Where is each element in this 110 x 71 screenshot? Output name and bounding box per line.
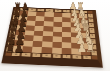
product-photo-background: abcdefgh abcdefgh 12345678 12345678 ♜♟♟♜… <box>0 0 110 71</box>
black-pawn: ♟ <box>13 42 24 54</box>
pieces-layer: ♜♟♟♜♞♟♟♞♝♟♟♝♚♟♟♚♛♟♟♛♝♟♟♝♞♟♟♞♜♟♟♜ <box>0 0 110 71</box>
white-rook: ♜ <box>85 42 96 54</box>
